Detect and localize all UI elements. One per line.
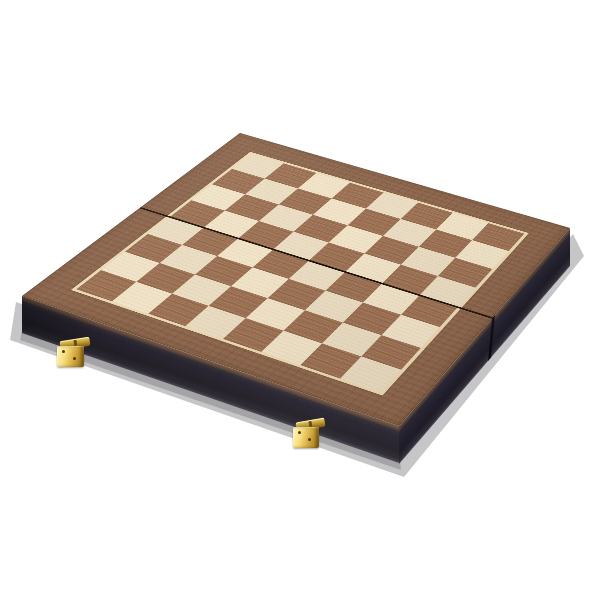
brass-clasp-left: [56, 338, 92, 369]
rail-fold-seam: [488, 315, 495, 361]
product-photo-background: [0, 0, 600, 600]
clasp-screw: [298, 431, 301, 434]
clasp-body: [293, 427, 319, 448]
chess-board: [22, 133, 570, 426]
brass-clasp-front: [291, 418, 327, 450]
clasp-screw: [73, 357, 76, 360]
clasp-screw: [62, 350, 65, 353]
clasp-screw: [308, 438, 311, 441]
clasp-body: [57, 346, 84, 367]
